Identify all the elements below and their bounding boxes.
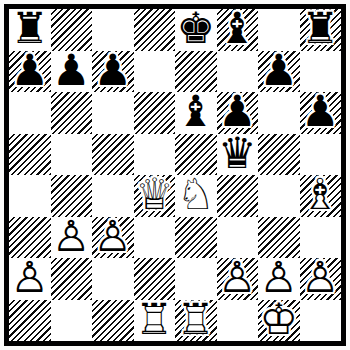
black-rook-halo: ♜ <box>9 8 51 50</box>
square-e4[interactable]: ♞♘ <box>175 175 217 217</box>
board-frame: ♜♜♚♚♝♝♜♜♟♟♟♟♟♟♟♟♝♝♟♟♟♟♛♛♛♕♞♘♝♗♟♙♟♙♟♙♟♙♟♙… <box>4 4 346 346</box>
square-b3[interactable]: ♟♙ <box>51 217 93 259</box>
square-a4[interactable] <box>9 175 51 217</box>
square-f4[interactable] <box>217 175 259 217</box>
black-pawn-halo: ♟ <box>9 50 51 92</box>
black-rook-piece: ♜ <box>9 8 51 50</box>
square-b8[interactable] <box>51 9 93 51</box>
square-e8[interactable]: ♚♚ <box>175 9 217 51</box>
white-pawn-halo: ♟ <box>258 257 300 299</box>
white-bishop-halo: ♝ <box>300 174 342 216</box>
square-h4[interactable]: ♝♗ <box>300 175 342 217</box>
square-h2[interactable]: ♟♙ <box>300 258 342 300</box>
square-d8[interactable] <box>134 9 176 51</box>
square-c3[interactable]: ♟♙ <box>92 217 134 259</box>
black-rook-piece: ♜ <box>300 8 342 50</box>
square-b1[interactable] <box>51 300 93 342</box>
white-pawn-piece: ♙ <box>217 257 259 299</box>
white-king-halo: ♚ <box>258 299 300 341</box>
black-bishop-piece: ♝ <box>175 91 217 133</box>
white-queen-halo: ♛ <box>134 174 176 216</box>
square-h7[interactable] <box>300 51 342 93</box>
black-queen-halo: ♛ <box>217 133 259 175</box>
square-g5[interactable] <box>258 134 300 176</box>
black-bishop-piece: ♝ <box>217 8 259 50</box>
square-f5[interactable]: ♛♛ <box>217 134 259 176</box>
square-a1[interactable] <box>9 300 51 342</box>
black-pawn-piece: ♟ <box>51 50 93 92</box>
white-rook-halo: ♜ <box>134 299 176 341</box>
square-d1[interactable]: ♜♖ <box>134 300 176 342</box>
square-g7[interactable]: ♟♟ <box>258 51 300 93</box>
square-c4[interactable] <box>92 175 134 217</box>
square-g2[interactable]: ♟♙ <box>258 258 300 300</box>
square-h6[interactable]: ♟♟ <box>300 92 342 134</box>
black-pawn-piece: ♟ <box>217 91 259 133</box>
black-pawn-piece: ♟ <box>300 91 342 133</box>
square-d5[interactable] <box>134 134 176 176</box>
square-a8[interactable]: ♜♜ <box>9 9 51 51</box>
square-g4[interactable] <box>258 175 300 217</box>
white-pawn-halo: ♟ <box>92 216 134 258</box>
black-pawn-piece: ♟ <box>9 50 51 92</box>
white-pawn-piece: ♙ <box>300 257 342 299</box>
square-e5[interactable] <box>175 134 217 176</box>
white-knight-halo: ♞ <box>175 174 217 216</box>
square-d4[interactable]: ♛♕ <box>134 175 176 217</box>
black-pawn-halo: ♟ <box>300 91 342 133</box>
white-bishop-piece: ♗ <box>300 174 342 216</box>
square-f2[interactable]: ♟♙ <box>217 258 259 300</box>
black-king-piece: ♚ <box>175 8 217 50</box>
square-h5[interactable] <box>300 134 342 176</box>
square-g3[interactable] <box>258 217 300 259</box>
white-pawn-piece: ♙ <box>258 257 300 299</box>
white-knight-piece: ♘ <box>175 174 217 216</box>
square-g6[interactable] <box>258 92 300 134</box>
black-bishop-halo: ♝ <box>175 91 217 133</box>
square-d7[interactable] <box>134 51 176 93</box>
square-c1[interactable] <box>92 300 134 342</box>
square-a3[interactable] <box>9 217 51 259</box>
black-bishop-halo: ♝ <box>217 8 259 50</box>
square-e2[interactable] <box>175 258 217 300</box>
white-pawn-piece: ♙ <box>51 216 93 258</box>
square-c2[interactable] <box>92 258 134 300</box>
white-rook-piece: ♖ <box>134 299 176 341</box>
square-f7[interactable] <box>217 51 259 93</box>
square-a5[interactable] <box>9 134 51 176</box>
square-e7[interactable] <box>175 51 217 93</box>
square-h3[interactable] <box>300 217 342 259</box>
white-king-piece: ♔ <box>258 299 300 341</box>
square-e6[interactable]: ♝♝ <box>175 92 217 134</box>
white-pawn-piece: ♙ <box>92 216 134 258</box>
black-rook-halo: ♜ <box>300 8 342 50</box>
square-d2[interactable] <box>134 258 176 300</box>
square-d3[interactable] <box>134 217 176 259</box>
square-h8[interactable]: ♜♜ <box>300 9 342 51</box>
square-c6[interactable] <box>92 92 134 134</box>
black-pawn-halo: ♟ <box>217 91 259 133</box>
white-rook-piece: ♖ <box>175 299 217 341</box>
square-f3[interactable] <box>217 217 259 259</box>
black-pawn-halo: ♟ <box>92 50 134 92</box>
square-b5[interactable] <box>51 134 93 176</box>
square-f8[interactable]: ♝♝ <box>217 9 259 51</box>
chess-board: ♜♜♚♚♝♝♜♜♟♟♟♟♟♟♟♟♝♝♟♟♟♟♛♛♛♕♞♘♝♗♟♙♟♙♟♙♟♙♟♙… <box>9 9 341 341</box>
square-e1[interactable]: ♜♖ <box>175 300 217 342</box>
square-c5[interactable] <box>92 134 134 176</box>
square-f6[interactable]: ♟♟ <box>217 92 259 134</box>
black-pawn-piece: ♟ <box>92 50 134 92</box>
white-pawn-halo: ♟ <box>300 257 342 299</box>
black-pawn-halo: ♟ <box>258 50 300 92</box>
square-a6[interactable] <box>9 92 51 134</box>
white-pawn-piece: ♙ <box>9 257 51 299</box>
square-g1[interactable]: ♚♔ <box>258 300 300 342</box>
square-g8[interactable] <box>258 9 300 51</box>
white-queen-piece: ♕ <box>134 174 176 216</box>
black-pawn-piece: ♟ <box>258 50 300 92</box>
square-h1[interactable] <box>300 300 342 342</box>
square-a7[interactable]: ♟♟ <box>9 51 51 93</box>
square-e3[interactable] <box>175 217 217 259</box>
white-pawn-halo: ♟ <box>9 257 51 299</box>
square-b6[interactable] <box>51 92 93 134</box>
square-c8[interactable] <box>92 9 134 51</box>
square-f1[interactable] <box>217 300 259 342</box>
white-pawn-halo: ♟ <box>217 257 259 299</box>
square-b7[interactable]: ♟♟ <box>51 51 93 93</box>
black-king-halo: ♚ <box>175 8 217 50</box>
square-b2[interactable] <box>51 258 93 300</box>
white-rook-halo: ♜ <box>175 299 217 341</box>
black-queen-piece: ♛ <box>217 133 259 175</box>
black-pawn-halo: ♟ <box>51 50 93 92</box>
square-d6[interactable] <box>134 92 176 134</box>
square-a2[interactable]: ♟♙ <box>9 258 51 300</box>
square-b4[interactable] <box>51 175 93 217</box>
white-pawn-halo: ♟ <box>51 216 93 258</box>
square-c7[interactable]: ♟♟ <box>92 51 134 93</box>
